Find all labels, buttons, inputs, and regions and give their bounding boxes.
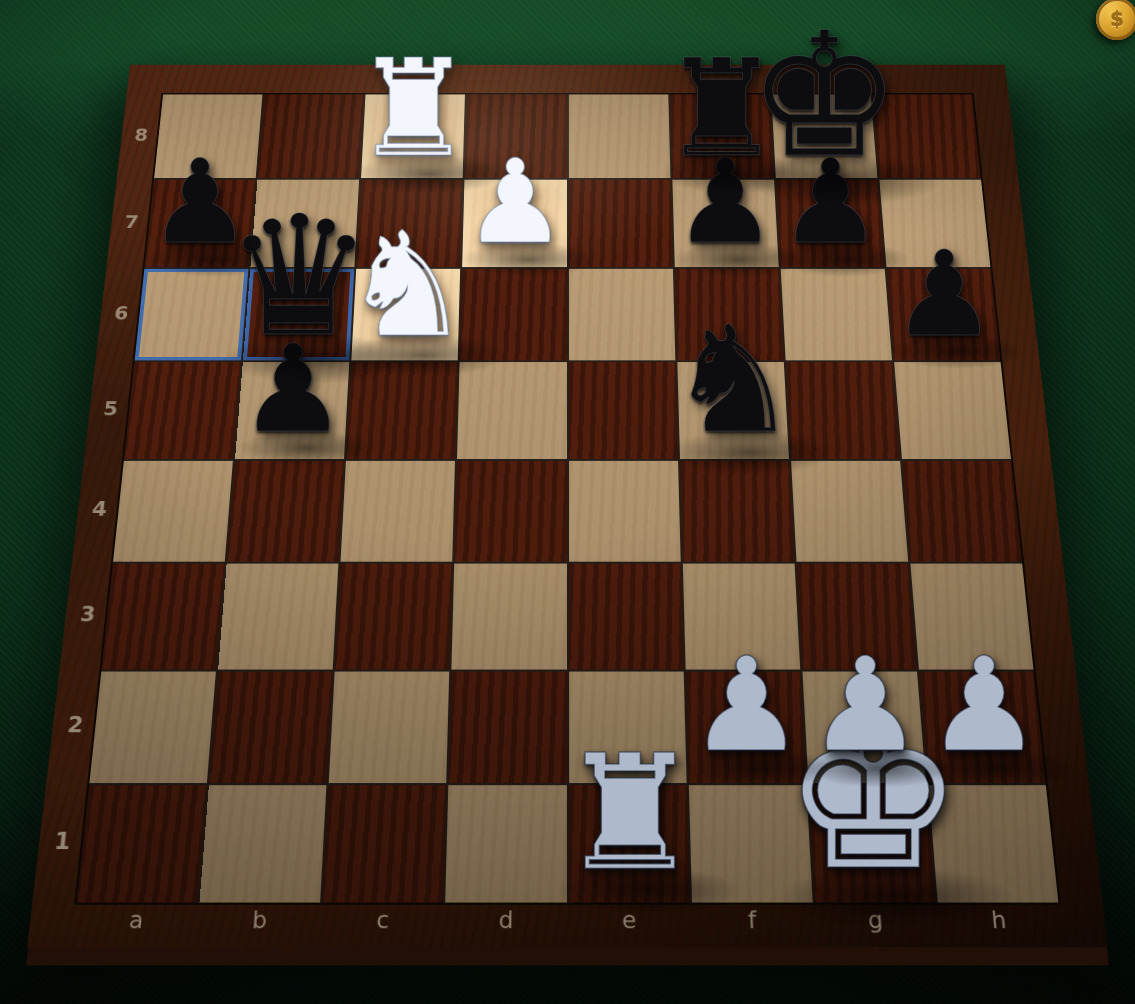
file-label-f: f bbox=[735, 907, 769, 934]
square-e6[interactable] bbox=[568, 269, 675, 361]
square-c3[interactable] bbox=[335, 563, 453, 669]
file-label-a: a bbox=[118, 907, 154, 934]
rank-label-6: 6 bbox=[108, 304, 135, 324]
square-c2[interactable] bbox=[329, 671, 450, 783]
black-knight-glyph: ♞ bbox=[667, 306, 800, 454]
square-d2[interactable] bbox=[449, 671, 567, 783]
black-king-glyph: ♚ bbox=[747, 10, 901, 182]
white-pawn-glyph: ♟ bbox=[926, 640, 1043, 770]
square-c4[interactable] bbox=[341, 460, 456, 561]
file-label-d: d bbox=[489, 907, 523, 934]
rank-label-4: 4 bbox=[85, 498, 114, 520]
white-pawn-glyph: ♟ bbox=[688, 640, 805, 770]
square-h4[interactable] bbox=[902, 460, 1022, 561]
square-b1[interactable] bbox=[200, 785, 327, 903]
white-pawn-glyph: ♟ bbox=[807, 640, 924, 770]
square-d1[interactable] bbox=[446, 785, 567, 903]
square-d3[interactable] bbox=[452, 563, 567, 669]
square-g4[interactable] bbox=[791, 460, 908, 561]
square-f4[interactable] bbox=[680, 460, 795, 561]
rank-label-5: 5 bbox=[97, 399, 125, 420]
rank-label-3: 3 bbox=[73, 603, 103, 626]
square-a4[interactable] bbox=[113, 460, 233, 561]
square-e3[interactable] bbox=[569, 563, 684, 669]
white-knight-glyph: ♞ bbox=[342, 212, 472, 357]
rank-label-2: 2 bbox=[60, 713, 90, 738]
square-e4[interactable] bbox=[569, 460, 681, 561]
square-e5[interactable] bbox=[568, 362, 677, 458]
rank-label-7: 7 bbox=[118, 213, 145, 232]
white-rook-glyph: ♜ bbox=[353, 42, 473, 176]
square-b3[interactable] bbox=[218, 563, 338, 669]
square-a3[interactable] bbox=[102, 563, 225, 669]
square-b4[interactable] bbox=[227, 460, 344, 561]
dollar-coin-icon: $ bbox=[1110, 7, 1124, 31]
square-d4[interactable] bbox=[455, 460, 567, 561]
square-a1[interactable] bbox=[77, 785, 207, 903]
square-a2[interactable] bbox=[89, 671, 216, 783]
white-rook-glyph: ♜ bbox=[559, 733, 702, 892]
square-b8[interactable] bbox=[258, 94, 364, 178]
square-b2[interactable] bbox=[209, 671, 333, 783]
rank-label-1: 1 bbox=[47, 828, 78, 854]
square-h5[interactable] bbox=[894, 362, 1011, 458]
coins-button[interactable]: $ bbox=[1096, 0, 1135, 40]
square-e8[interactable] bbox=[568, 94, 670, 178]
file-label-b: b bbox=[242, 907, 277, 934]
square-c1[interactable] bbox=[323, 785, 447, 903]
black-pawn-glyph: ♟ bbox=[148, 144, 252, 260]
file-label-c: c bbox=[365, 907, 399, 934]
